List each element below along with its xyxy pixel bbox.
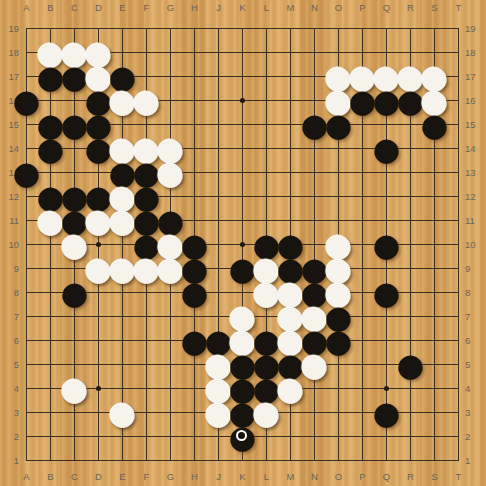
- black-stone: ●: [399, 353, 423, 377]
- black-stone: ●: [375, 233, 399, 257]
- white-stone: ●: [255, 281, 279, 305]
- row-label-right: 19: [465, 22, 485, 35]
- row-label-right: 6: [465, 334, 485, 347]
- column-label-top: L: [255, 1, 279, 14]
- row-label-left: 4: [0, 382, 19, 395]
- column-label-bottom: Q: [375, 470, 399, 483]
- row-label-right: 1: [465, 454, 485, 467]
- column-label-top: R: [399, 1, 423, 14]
- row-label-right: 8: [465, 286, 485, 299]
- row-label-left: 12: [0, 190, 19, 203]
- column-label-top: F: [135, 1, 159, 14]
- column-label-top: C: [63, 1, 87, 14]
- column-label-bottom: O: [327, 470, 351, 483]
- row-label-right: 9: [465, 262, 485, 275]
- column-label-top: D: [87, 1, 111, 14]
- column-label-top: Q: [375, 1, 399, 14]
- star-point: [96, 386, 101, 391]
- row-label-right: 17: [465, 70, 485, 83]
- white-stone: ●: [135, 257, 159, 281]
- white-stone: ●: [111, 257, 135, 281]
- column-label-bottom: H: [183, 470, 207, 483]
- black-stone: ●: [231, 257, 255, 281]
- star-point: [240, 98, 245, 103]
- column-label-top: E: [111, 1, 135, 14]
- column-label-top: G: [159, 1, 183, 14]
- white-stone: ●: [159, 257, 183, 281]
- row-label-right: 3: [465, 406, 485, 419]
- black-stone: ●: [63, 65, 87, 89]
- column-label-bottom: A: [15, 470, 39, 483]
- column-label-bottom: F: [135, 470, 159, 483]
- column-label-bottom: N: [303, 470, 327, 483]
- row-label-right: 11: [465, 214, 485, 227]
- column-label-top: S: [423, 1, 447, 14]
- black-stone: ●: [327, 113, 351, 137]
- column-label-bottom: C: [63, 470, 87, 483]
- column-label-bottom: E: [111, 470, 135, 483]
- column-label-top: H: [183, 1, 207, 14]
- grid-line: [314, 28, 315, 461]
- white-stone: ●: [303, 353, 327, 377]
- column-label-top: A: [15, 1, 39, 14]
- white-stone: ●: [111, 209, 135, 233]
- white-stone: ●: [159, 161, 183, 185]
- column-label-bottom: D: [87, 470, 111, 483]
- row-label-right: 15: [465, 118, 485, 131]
- column-label-bottom: L: [255, 470, 279, 483]
- black-stone: ●: [15, 89, 39, 113]
- row-label-right: 12: [465, 190, 485, 203]
- row-label-right: 14: [465, 142, 485, 155]
- column-label-bottom: S: [423, 470, 447, 483]
- black-stone: ●: [327, 329, 351, 353]
- black-stone: ●: [303, 113, 327, 137]
- column-label-top: M: [279, 1, 303, 14]
- row-label-right: 16: [465, 94, 485, 107]
- white-stone: ●: [63, 377, 87, 401]
- black-stone: ●: [63, 281, 87, 305]
- row-label-right: 7: [465, 310, 485, 323]
- row-label-left: 15: [0, 118, 19, 131]
- black-stone: ●: [183, 329, 207, 353]
- row-label-left: 18: [0, 46, 19, 59]
- white-stone: ●: [87, 257, 111, 281]
- black-stone: ●: [375, 89, 399, 113]
- white-stone: ●: [207, 401, 231, 425]
- black-stone: ●: [183, 281, 207, 305]
- white-stone: ●: [135, 89, 159, 113]
- black-stone: ●: [15, 161, 39, 185]
- row-label-left: 19: [0, 22, 19, 35]
- row-label-left: 10: [0, 238, 19, 251]
- grid-line: [26, 460, 459, 461]
- white-stone: ●: [111, 401, 135, 425]
- row-label-left: 5: [0, 358, 19, 371]
- row-label-right: 5: [465, 358, 485, 371]
- white-stone: ●: [111, 89, 135, 113]
- column-label-bottom: R: [399, 470, 423, 483]
- row-label-left: 11: [0, 214, 19, 227]
- row-label-right: 2: [465, 430, 485, 443]
- column-label-top: J: [207, 1, 231, 14]
- black-stone: ●: [375, 137, 399, 161]
- row-label-left: 6: [0, 334, 19, 347]
- go-board[interactable]: AABBCCDDEEFFGGHHJJKKLLMMNNOOPPQQRRSSTT19…: [0, 0, 486, 486]
- black-stone: ●: [399, 89, 423, 113]
- column-label-top: O: [327, 1, 351, 14]
- column-label-bottom: T: [447, 470, 471, 483]
- white-stone: ●: [255, 401, 279, 425]
- row-label-left: 8: [0, 286, 19, 299]
- column-label-bottom: K: [231, 470, 255, 483]
- row-label-right: 10: [465, 238, 485, 251]
- black-stone: ●: [351, 89, 375, 113]
- row-label-right: 13: [465, 166, 485, 179]
- row-label-left: 9: [0, 262, 19, 275]
- white-stone: ●: [63, 233, 87, 257]
- star-point: [240, 242, 245, 247]
- black-stone: ●: [87, 137, 111, 161]
- star-point: [96, 242, 101, 247]
- row-label-right: 4: [465, 382, 485, 395]
- black-stone: ●: [39, 65, 63, 89]
- black-stone: ●: [423, 113, 447, 137]
- column-label-bottom: B: [39, 470, 63, 483]
- white-stone: ●: [87, 209, 111, 233]
- column-label-bottom: G: [159, 470, 183, 483]
- black-stone: ●: [375, 401, 399, 425]
- column-label-top: B: [39, 1, 63, 14]
- white-stone: ●: [39, 209, 63, 233]
- column-label-bottom: J: [207, 470, 231, 483]
- grid-line: [458, 28, 459, 461]
- row-label-left: 3: [0, 406, 19, 419]
- star-point: [384, 386, 389, 391]
- black-stone: ●: [375, 281, 399, 305]
- black-stone: ●: [63, 113, 87, 137]
- column-label-top: K: [231, 1, 255, 14]
- white-stone: ●: [279, 377, 303, 401]
- column-label-bottom: M: [279, 470, 303, 483]
- row-label-left: 7: [0, 310, 19, 323]
- column-label-top: T: [447, 1, 471, 14]
- black-stone: ●: [39, 137, 63, 161]
- row-label-left: 2: [0, 430, 19, 443]
- row-label-right: 18: [465, 46, 485, 59]
- row-label-left: 1: [0, 454, 19, 467]
- column-label-bottom: P: [351, 470, 375, 483]
- column-label-top: N: [303, 1, 327, 14]
- column-label-top: P: [351, 1, 375, 14]
